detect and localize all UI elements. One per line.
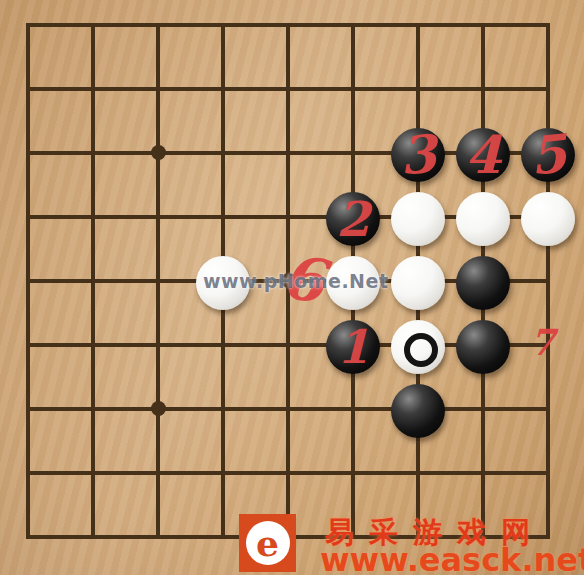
grid-line-horizontal (28, 535, 61, 539)
board-cell (126, 313, 191, 377)
grid-line-vertical (156, 249, 160, 313)
black-stone (456, 256, 510, 310)
board-cell (386, 505, 451, 569)
board-cell (451, 185, 516, 249)
board-cell: 2 (321, 185, 386, 249)
board-cell: 7 (516, 313, 581, 377)
board-cell (451, 377, 516, 441)
grid-line-horizontal (516, 407, 550, 411)
grid-line-vertical (546, 377, 550, 441)
board-cell (0, 441, 61, 505)
board-cell (61, 441, 126, 505)
grid-line-vertical (221, 377, 225, 441)
grid-line-vertical (351, 23, 355, 57)
grid-line-horizontal (28, 87, 61, 91)
move-number-annotation: 7 (510, 310, 575, 374)
grid-line-horizontal (28, 215, 61, 219)
board-cell (256, 505, 321, 569)
grid-line-vertical (546, 441, 550, 505)
grid-line-vertical (351, 57, 355, 121)
board-cell (126, 441, 191, 505)
board-cell (386, 249, 451, 313)
white-stone (391, 192, 445, 246)
board-cell (191, 0, 256, 57)
board-cell (256, 377, 321, 441)
grid-line-horizontal (28, 471, 61, 475)
move-number-label: 3 (389, 126, 447, 184)
board-cell: 4 (451, 121, 516, 185)
board-cell (0, 0, 61, 57)
grid-line-vertical (286, 185, 290, 249)
board-cell: 3 (386, 121, 451, 185)
board-cell (516, 377, 581, 441)
board-cell (451, 249, 516, 313)
black-stone: 3 (391, 128, 445, 182)
board-cell (0, 185, 61, 249)
grid-line-vertical (286, 441, 290, 505)
board-cell (256, 185, 321, 249)
board-cell (321, 57, 386, 121)
grid-line-vertical (481, 23, 485, 57)
board-cell (61, 57, 126, 121)
grid-line-vertical (481, 377, 485, 441)
grid-line-vertical (286, 57, 290, 121)
grid-line-horizontal (28, 343, 61, 347)
board-cell (61, 0, 126, 57)
white-stone (456, 192, 510, 246)
board-cell (516, 505, 581, 569)
board-cell (61, 121, 126, 185)
grid-line-vertical (91, 185, 95, 249)
board-cell (451, 313, 516, 377)
grid-line-vertical (26, 505, 30, 539)
grid-line-vertical (91, 23, 95, 57)
grid-line-vertical (91, 249, 95, 313)
board-cell (0, 249, 61, 313)
board-cell (61, 377, 126, 441)
board-cell (516, 57, 581, 121)
grid-line-vertical (91, 121, 95, 185)
grid-line-vertical (221, 505, 225, 539)
board-cell (516, 441, 581, 505)
grid-line-vertical (286, 121, 290, 185)
grid-line-vertical (26, 313, 30, 377)
black-stone (391, 384, 445, 438)
white-stone (521, 192, 575, 246)
board-cell (0, 57, 61, 121)
black-stone: 4 (456, 128, 510, 182)
black-stone: 1 (326, 320, 380, 374)
board-cell (386, 377, 451, 441)
board-cell (321, 505, 386, 569)
grid-line-vertical (351, 441, 355, 505)
grid-line-vertical (26, 57, 30, 121)
grid-line-vertical (481, 505, 485, 539)
white-stone (391, 256, 445, 310)
black-stone (456, 320, 510, 374)
board-cell (516, 185, 581, 249)
grid-line-horizontal (28, 407, 61, 411)
board-cell (126, 121, 191, 185)
grid-line-vertical (221, 57, 225, 121)
board-cell (256, 57, 321, 121)
grid-line-vertical (156, 441, 160, 505)
board-cell (0, 505, 61, 569)
board-cell (256, 441, 321, 505)
grid-line-vertical (156, 23, 160, 57)
move-number-label: 2 (326, 192, 380, 246)
grid-line-vertical (286, 505, 290, 539)
grid-line-vertical (221, 121, 225, 185)
go-diagram: 3452617 www.pHome.Net e 易采游戏网 www.easck.… (0, 0, 584, 575)
grid-line-vertical (156, 313, 160, 377)
board-cell (386, 313, 451, 377)
board-cell (61, 313, 126, 377)
grid-line-horizontal (516, 87, 550, 91)
grid-line-vertical (156, 185, 160, 249)
grid-line-vertical (351, 121, 355, 185)
grid-line-vertical (26, 249, 30, 313)
board-cell (386, 185, 451, 249)
grid-line-vertical (221, 441, 225, 505)
grid-line-horizontal (28, 279, 61, 283)
move-number-label: 4 (456, 128, 510, 182)
grid-line-vertical (481, 441, 485, 505)
board-cell (321, 441, 386, 505)
star-point (151, 145, 166, 160)
board-cell (0, 377, 61, 441)
grid-line-vertical (546, 313, 550, 377)
board-cell (126, 57, 191, 121)
grid-line-vertical (91, 57, 95, 121)
board-cell (191, 121, 256, 185)
grid-line-horizontal (516, 471, 550, 475)
board-cell (386, 441, 451, 505)
board-cell (191, 377, 256, 441)
grid-line-horizontal (516, 343, 550, 347)
board-cell (126, 249, 191, 313)
board-cell (256, 313, 321, 377)
board-cell (256, 121, 321, 185)
board-cell (451, 505, 516, 569)
grid-line-vertical (416, 23, 420, 57)
board-cell (126, 185, 191, 249)
board-cell: 5 (516, 121, 581, 185)
grid-line-vertical (26, 23, 30, 57)
grid-line-vertical (221, 185, 225, 249)
grid-line-vertical (546, 23, 550, 57)
watermark-text: www.pHome.Net (203, 270, 389, 292)
board-cell (386, 57, 451, 121)
board-cell (451, 0, 516, 57)
board-cell (191, 441, 256, 505)
board-cell (61, 505, 126, 569)
grid-line-horizontal (516, 279, 550, 283)
board-cell (516, 0, 581, 57)
board-cell (191, 313, 256, 377)
grid-line-vertical (416, 441, 420, 505)
board-cell (386, 0, 451, 57)
grid-line-vertical (286, 23, 290, 57)
grid-line-vertical (26, 441, 30, 505)
grid-line-vertical (481, 57, 485, 121)
board-cell (451, 57, 516, 121)
board-cell (191, 505, 256, 569)
board-cell (126, 0, 191, 57)
board-cell (256, 0, 321, 57)
black-stone: 2 (326, 192, 380, 246)
grid-line-vertical (26, 185, 30, 249)
grid-line-vertical (416, 505, 420, 539)
board-cell (321, 0, 386, 57)
grid-line-vertical (351, 377, 355, 441)
grid-line-vertical (26, 377, 30, 441)
grid-line-vertical (91, 377, 95, 441)
grid-line-vertical (91, 505, 95, 539)
grid-line-horizontal (516, 23, 550, 27)
grid-line-vertical (156, 505, 160, 539)
circle-marker-icon (404, 333, 438, 367)
grid-line-vertical (91, 441, 95, 505)
board-cell (191, 185, 256, 249)
board-cell (0, 313, 61, 377)
board-cell: 1 (321, 313, 386, 377)
black-stone: 5 (521, 128, 575, 182)
white-stone (391, 320, 445, 374)
board-cell (321, 121, 386, 185)
board-cell (451, 441, 516, 505)
grid-line-vertical (26, 121, 30, 185)
star-point (151, 401, 166, 416)
board-cell (191, 57, 256, 121)
grid-line-vertical (156, 57, 160, 121)
grid-line-vertical (546, 57, 550, 121)
grid-line-vertical (91, 313, 95, 377)
grid-line-vertical (351, 505, 355, 539)
grid-line-horizontal (28, 151, 61, 155)
grid-line-vertical (221, 23, 225, 57)
board-cell (61, 185, 126, 249)
grid-line-vertical (546, 505, 550, 539)
grid-line-vertical (286, 313, 290, 377)
move-number-label: 1 (326, 320, 380, 374)
board-cell (321, 377, 386, 441)
grid-line-horizontal (516, 535, 550, 539)
grid-line-vertical (546, 249, 550, 313)
grid-line-vertical (286, 377, 290, 441)
board-cell (0, 121, 61, 185)
board-cell (126, 505, 191, 569)
board-cell (61, 249, 126, 313)
move-number-label: 5 (518, 125, 577, 184)
grid-line-vertical (221, 313, 225, 377)
board-cell (516, 249, 581, 313)
board-cell (126, 377, 191, 441)
grid-line-vertical (416, 57, 420, 121)
grid-line-horizontal (28, 23, 61, 27)
